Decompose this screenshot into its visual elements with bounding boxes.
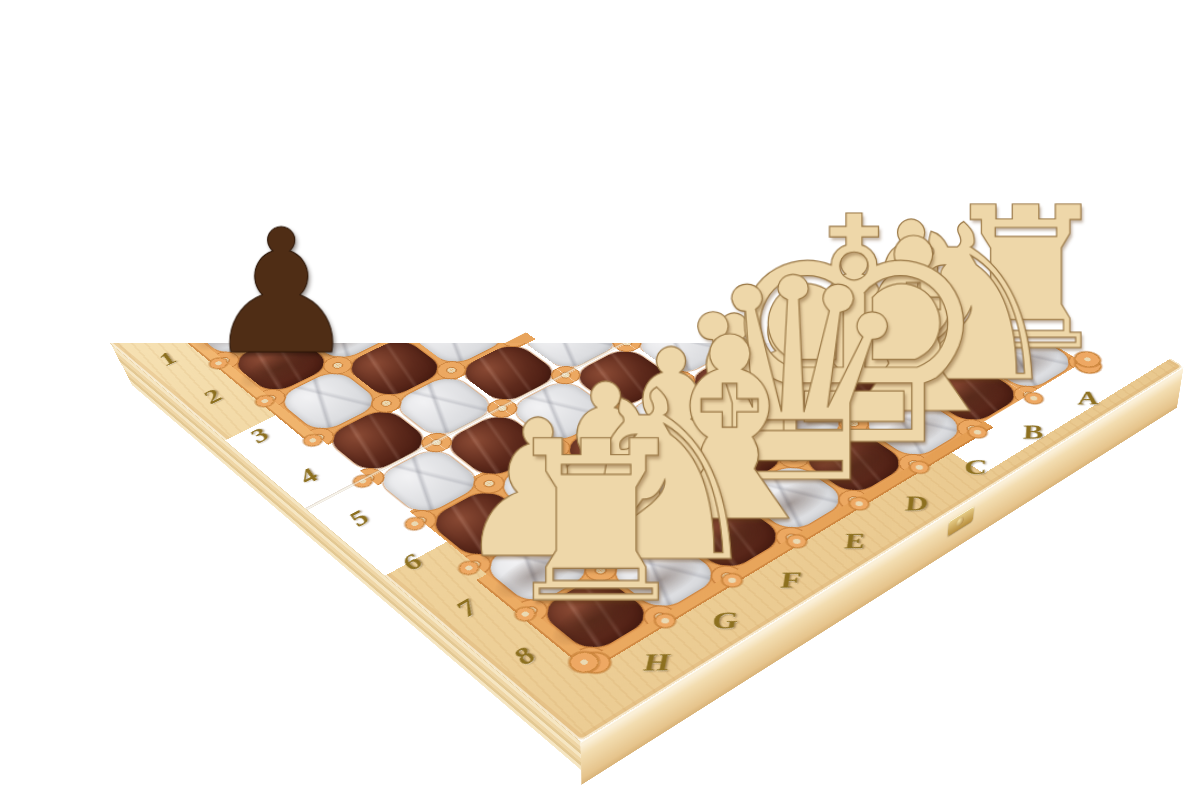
square-h8[interactable]: ♜ (531, 570, 659, 658)
file-label-bottom-b: B (1019, 421, 1045, 444)
square-a1[interactable]: ♜ (601, 104, 702, 158)
square-b2[interactable]: ♟ (593, 158, 697, 216)
square-c1[interactable]: ♝ (490, 155, 593, 212)
square-e1[interactable]: ♛ (372, 208, 478, 269)
board-decorations: HGFEDCBAHGFEDCBA1234567812345678 (83, 60, 660, 320)
rank-label-left-6: 6 (394, 549, 430, 575)
rank-label-left-2: 2 (196, 385, 228, 408)
rank-label-right-1: 1 (690, 98, 721, 114)
square-f3[interactable] (402, 303, 514, 370)
white-rook-h8[interactable]: ♜ (496, 417, 695, 628)
rank-label-left-5: 5 (341, 505, 376, 530)
board-grid: ♜♞♝♛♚♝♞♜♟♟♟♟♟♟♟♟♟♟♟♟♟♟♟♟♜♞♝♛♚♝♞♜ (180, 104, 1083, 658)
file-label-bottom-h: H (643, 648, 671, 676)
chess-board[interactable]: ♜♞♝♛♚♝♞♜♟♟♟♟♟♟♟♟♟♟♟♟♟♟♟♟♜♞♝♛♚♝♞♜ HGFEDCB… (83, 60, 1184, 742)
rank-label-left-7: 7 (448, 594, 485, 622)
file-label-top-h: H (177, 281, 204, 301)
square-f2[interactable]: ♟ (355, 269, 465, 334)
piece-shadow (600, 168, 687, 214)
rank-label-left-3: 3 (243, 424, 276, 447)
piece-shadow (423, 251, 515, 301)
file-label-top-c: C (486, 144, 505, 161)
piece-shadow (484, 222, 574, 271)
square-d1[interactable]: ♚ (432, 181, 537, 240)
file-label-top-b: B (542, 119, 560, 135)
border-dot (586, 121, 609, 133)
brass-clasp-icon (947, 507, 974, 537)
square-d2[interactable]: ♟ (478, 212, 585, 273)
rank-label-left-1: 1 (151, 348, 183, 370)
black-king-d1[interactable]: ♚ (361, 0, 607, 228)
piece-shadow (496, 164, 583, 210)
black-pawn-h2[interactable]: ♟ (204, 211, 358, 374)
rank-label-right-2: 2 (738, 126, 769, 142)
square-b1[interactable]: ♞ (546, 129, 648, 185)
file-label-bottom-a: A (1075, 387, 1101, 409)
photo-stage: ♜♞♝♛♚♝♞♜♟♟♟♟♟♟♟♟♟♟♟♟♟♟♟♟♜♞♝♛♚♝♞♜ HGFEDCB… (0, 0, 1200, 807)
file-label-bottom-e: E (842, 528, 867, 553)
piece-shadow (437, 191, 526, 238)
file-label-bottom-f: F (779, 567, 804, 593)
border-dot (531, 146, 554, 158)
square-c2[interactable]: ♟ (536, 185, 641, 244)
file-label-top-d: D (427, 170, 448, 187)
piece-shadow (608, 114, 692, 157)
border-dot (695, 125, 718, 137)
file-label-top-e: E (368, 196, 388, 214)
file-label-bottom-g: G (712, 607, 739, 634)
rank-label-left-8: 8 (505, 641, 543, 670)
playing-field: ♜♞♝♛♚♝♞♜♟♟♟♟♟♟♟♟♟♟♟♟♟♟♟♟♜♞♝♛♚♝♞♜ (163, 97, 1100, 673)
piece-shadow (360, 280, 454, 332)
border-dot (356, 226, 380, 240)
piece-shadow (377, 218, 468, 266)
square-e3[interactable] (465, 273, 575, 338)
piece-shadow (553, 139, 638, 183)
square-e2[interactable]: ♟ (417, 240, 525, 303)
piece-shadow (543, 195, 631, 242)
black-knight-b1[interactable]: ♞ (512, 0, 682, 169)
border-dot (474, 172, 497, 185)
file-label-top-a: A (596, 94, 614, 110)
rank-label-left-4: 4 (291, 464, 325, 488)
border-dot (416, 198, 440, 211)
